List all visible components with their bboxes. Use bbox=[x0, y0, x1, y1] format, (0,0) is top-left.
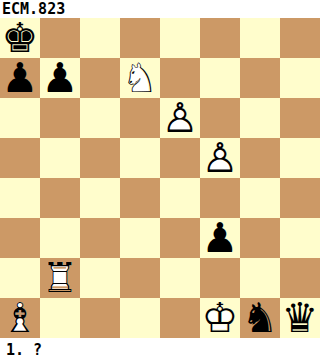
black-pawn: ♟ bbox=[40, 58, 80, 98]
square-e1[interactable] bbox=[160, 298, 200, 338]
square-d5[interactable] bbox=[120, 138, 160, 178]
white-king: ♔ bbox=[200, 298, 240, 338]
square-g5[interactable] bbox=[240, 138, 280, 178]
square-g4[interactable] bbox=[240, 178, 280, 218]
square-c2[interactable] bbox=[80, 258, 120, 298]
square-h1[interactable]: ♛ bbox=[280, 298, 320, 338]
black-pawn: ♟ bbox=[200, 218, 240, 258]
black-queen: ♛ bbox=[280, 298, 320, 338]
white-pawn: ♙ bbox=[200, 138, 240, 178]
square-f7[interactable] bbox=[200, 58, 240, 98]
square-c7[interactable] bbox=[80, 58, 120, 98]
square-h6[interactable] bbox=[280, 98, 320, 138]
square-e2[interactable] bbox=[160, 258, 200, 298]
white-knight: ♘ bbox=[120, 58, 160, 98]
square-g2[interactable] bbox=[240, 258, 280, 298]
black-pawn: ♟ bbox=[0, 58, 40, 98]
square-d8[interactable] bbox=[120, 18, 160, 58]
square-d3[interactable] bbox=[120, 218, 160, 258]
white-pawn-fill: ♟ bbox=[200, 138, 240, 178]
square-d1[interactable] bbox=[120, 298, 160, 338]
square-h5[interactable] bbox=[280, 138, 320, 178]
square-h2[interactable] bbox=[280, 258, 320, 298]
square-g6[interactable] bbox=[240, 98, 280, 138]
square-h4[interactable] bbox=[280, 178, 320, 218]
square-f1[interactable]: ♚♔ bbox=[200, 298, 240, 338]
square-h7[interactable] bbox=[280, 58, 320, 98]
square-f3[interactable]: ♟ bbox=[200, 218, 240, 258]
square-e5[interactable] bbox=[160, 138, 200, 178]
square-b5[interactable] bbox=[40, 138, 80, 178]
square-c5[interactable] bbox=[80, 138, 120, 178]
white-bishop: ♗ bbox=[0, 298, 40, 338]
square-f2[interactable] bbox=[200, 258, 240, 298]
square-g1[interactable]: ♞ bbox=[240, 298, 280, 338]
square-e3[interactable] bbox=[160, 218, 200, 258]
square-g8[interactable] bbox=[240, 18, 280, 58]
square-g7[interactable] bbox=[240, 58, 280, 98]
square-b7[interactable]: ♟ bbox=[40, 58, 80, 98]
square-c3[interactable] bbox=[80, 218, 120, 258]
square-d7[interactable]: ♞♘ bbox=[120, 58, 160, 98]
white-bishop-fill: ♝ bbox=[0, 298, 40, 338]
square-b2[interactable]: ♜♖ bbox=[40, 258, 80, 298]
square-a2[interactable] bbox=[0, 258, 40, 298]
square-a6[interactable] bbox=[0, 98, 40, 138]
square-h8[interactable] bbox=[280, 18, 320, 58]
square-a7[interactable]: ♟ bbox=[0, 58, 40, 98]
black-knight: ♞ bbox=[240, 298, 280, 338]
square-f4[interactable] bbox=[200, 178, 240, 218]
square-c8[interactable] bbox=[80, 18, 120, 58]
square-g3[interactable] bbox=[240, 218, 280, 258]
square-e7[interactable] bbox=[160, 58, 200, 98]
chess-board: ♚♟♟♞♘♟♙♟♙♟♜♖♝♗♚♔♞♛ bbox=[0, 18, 320, 338]
square-e6[interactable]: ♟♙ bbox=[160, 98, 200, 138]
black-king: ♚ bbox=[0, 18, 40, 58]
square-a5[interactable] bbox=[0, 138, 40, 178]
square-a4[interactable] bbox=[0, 178, 40, 218]
square-d2[interactable] bbox=[120, 258, 160, 298]
square-e4[interactable] bbox=[160, 178, 200, 218]
white-pawn-fill: ♟ bbox=[160, 98, 200, 138]
square-a1[interactable]: ♝♗ bbox=[0, 298, 40, 338]
white-rook-fill: ♜ bbox=[40, 258, 80, 298]
white-pawn: ♙ bbox=[160, 98, 200, 138]
puzzle-title: ECM.823 bbox=[0, 0, 320, 18]
square-f6[interactable] bbox=[200, 98, 240, 138]
white-rook: ♖ bbox=[40, 258, 80, 298]
square-f5[interactable]: ♟♙ bbox=[200, 138, 240, 178]
square-f8[interactable] bbox=[200, 18, 240, 58]
square-e8[interactable] bbox=[160, 18, 200, 58]
square-b1[interactable] bbox=[40, 298, 80, 338]
square-a3[interactable] bbox=[0, 218, 40, 258]
square-c1[interactable] bbox=[80, 298, 120, 338]
square-c4[interactable] bbox=[80, 178, 120, 218]
square-d4[interactable] bbox=[120, 178, 160, 218]
square-c6[interactable] bbox=[80, 98, 120, 138]
move-prompt: 1. ? bbox=[0, 338, 320, 360]
white-king-fill: ♚ bbox=[200, 298, 240, 338]
square-a8[interactable]: ♚ bbox=[0, 18, 40, 58]
square-b8[interactable] bbox=[40, 18, 80, 58]
square-b3[interactable] bbox=[40, 218, 80, 258]
square-h3[interactable] bbox=[280, 218, 320, 258]
chess-puzzle-page: ECM.823 ♚♟♟♞♘♟♙♟♙♟♜♖♝♗♚♔♞♛ 1. ? bbox=[0, 0, 320, 360]
square-b6[interactable] bbox=[40, 98, 80, 138]
white-knight-fill: ♞ bbox=[120, 58, 160, 98]
square-d6[interactable] bbox=[120, 98, 160, 138]
square-b4[interactable] bbox=[40, 178, 80, 218]
